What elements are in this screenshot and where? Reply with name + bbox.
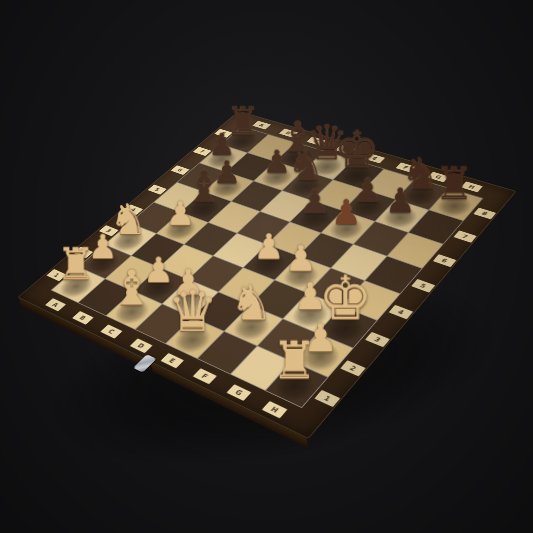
rank-label-far-1: 1 — [314, 390, 340, 407]
rank-label-far-7: 7 — [454, 230, 477, 242]
file-label-e: E — [161, 353, 184, 368]
black-pawn-e6[interactable]: ♟ — [300, 185, 330, 218]
rank-label-far-2: 2 — [340, 360, 365, 376]
rank-label-far-5: 5 — [411, 279, 435, 293]
white-pawn-b4[interactable]: ♟ — [166, 197, 195, 230]
file-label-g: G — [227, 384, 252, 401]
rank-label-far-6: 6 — [433, 254, 457, 267]
rank-label-5: 5 — [148, 184, 167, 194]
black-knight-d7[interactable]: ♞ — [287, 145, 324, 187]
file-label-d: D — [130, 338, 153, 353]
white-queen-e1[interactable]: ♛ — [167, 283, 218, 340]
file-label-f: F — [193, 368, 217, 384]
rank-label-far-3: 3 — [365, 332, 390, 347]
black-rook-h8[interactable]: ♜ — [435, 162, 475, 206]
white-rook-h1[interactable]: ♜ — [272, 335, 318, 386]
file-label-h: H — [262, 401, 288, 418]
chess-board: AABBCCDDEEFFGGHH1122334455667788♜♟♞♟♝♟♟♛… — [17, 111, 516, 439]
file-label-a: A — [45, 298, 66, 311]
white-rook-a1[interactable]: ♜ — [56, 242, 96, 286]
white-bishop-c1[interactable]: ♝ — [110, 264, 153, 312]
rank-label-far-8: 8 — [473, 208, 496, 220]
white-pawn-f4[interactable]: ♟ — [285, 240, 317, 275]
rank-label-far-4: 4 — [389, 305, 413, 319]
black-pawn-f6[interactable]: ♟ — [331, 195, 362, 229]
file-label-c: C — [100, 324, 122, 338]
black-king-e8[interactable]: ♚ — [334, 125, 380, 176]
file-label-b: B — [72, 311, 94, 325]
white-knight-f2[interactable]: ♞ — [230, 279, 273, 327]
photo-background: AABBCCDDEEFFGGHH1122334455667788♜♟♞♟♝♟♟♛… — [0, 0, 533, 533]
black-pawn-g7[interactable]: ♟ — [385, 183, 416, 217]
white-pawn-e4[interactable]: ♟ — [253, 229, 284, 264]
